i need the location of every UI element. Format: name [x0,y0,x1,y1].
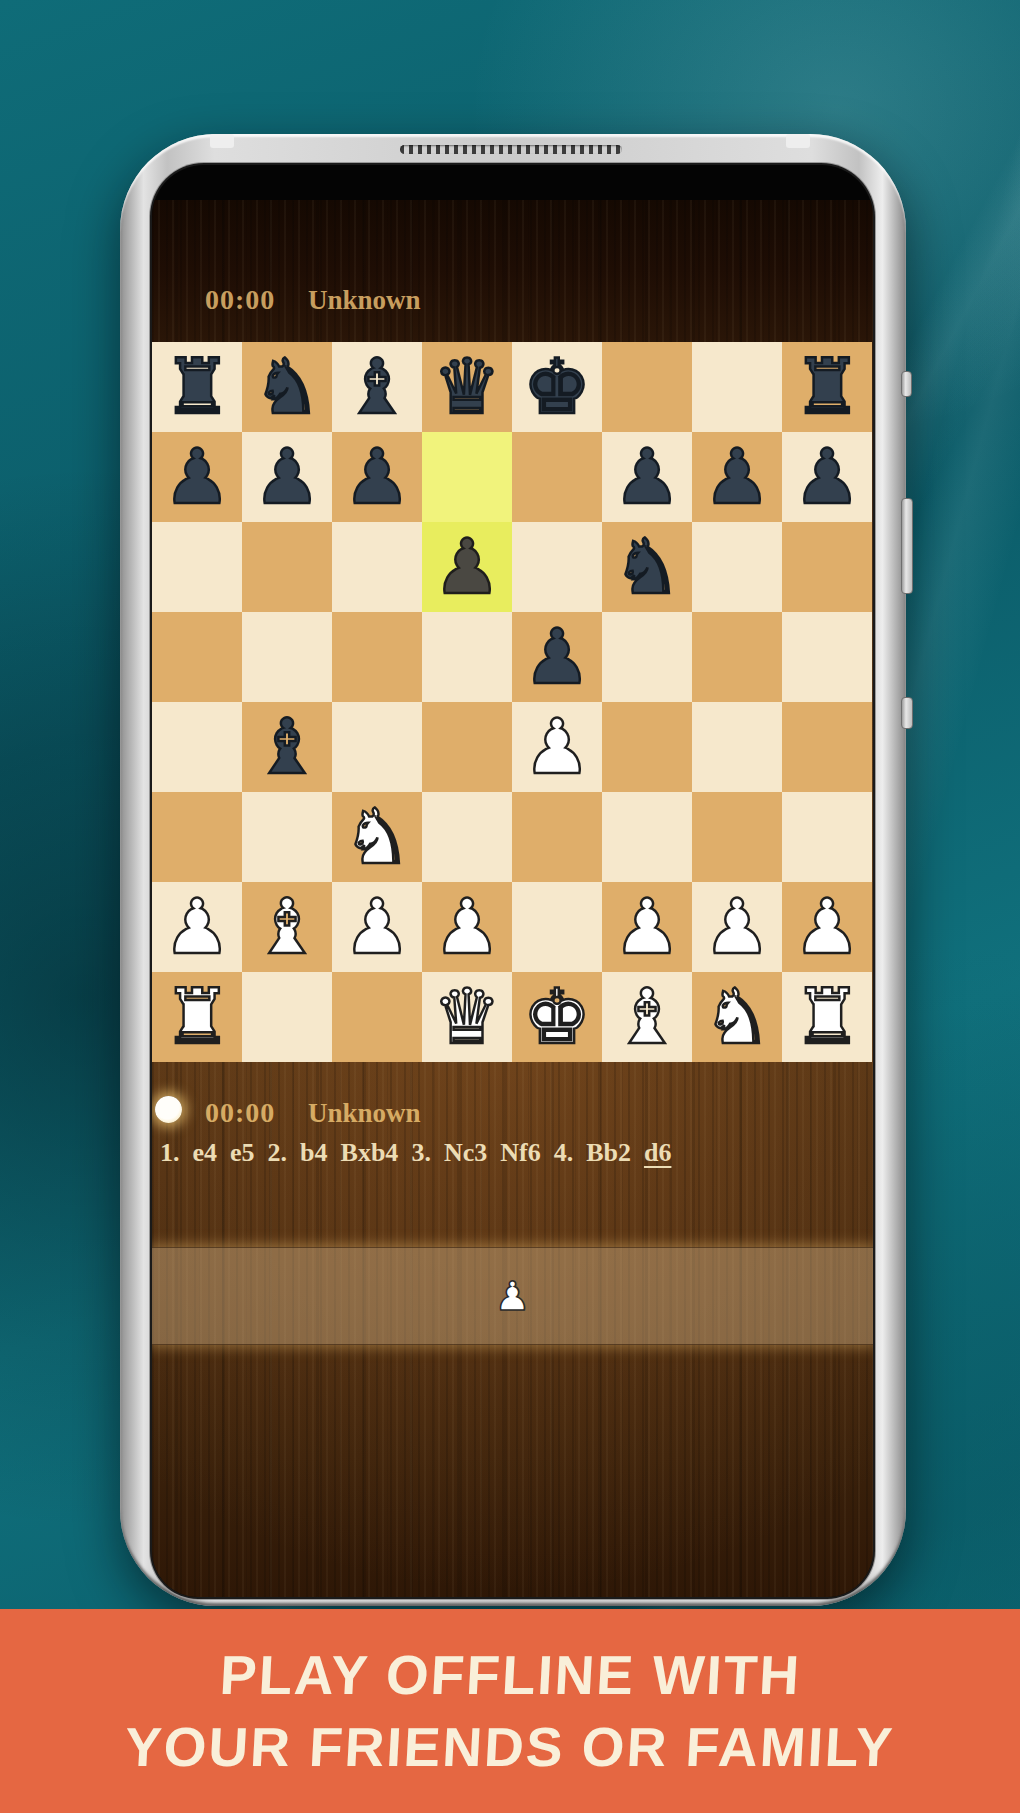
square-b5[interactable] [242,612,332,702]
move-token-d6: d6 [644,1138,671,1168]
square-g8[interactable] [692,342,782,432]
white-bishop-b2[interactable]: ♝ [242,882,332,972]
opponent-name: Unknown [308,285,421,316]
square-f2[interactable]: ♟ [602,882,692,972]
white-pawn-e4[interactable]: ♟ [512,702,602,792]
square-g4[interactable] [692,702,782,792]
move-token-2: 2. [268,1138,288,1168]
sim-tray-button [901,371,912,397]
square-e5[interactable]: ♟ [512,612,602,702]
square-b4[interactable]: ♝ [242,702,332,792]
square-f1[interactable]: ♝ [602,972,692,1062]
square-d2[interactable]: ♟ [422,882,512,972]
white-knight-c3[interactable]: ♞ [332,792,422,882]
phone-screen: 00:00 Unknown ♜♞♝♛♚♜♟♟♟♟♟♟♟♞♟♝♟♞♟♝♟♟♟♟♟♜… [152,165,873,1597]
square-a3[interactable] [152,792,242,882]
black-knight-b8[interactable]: ♞ [242,342,332,432]
square-e3[interactable] [512,792,602,882]
square-f7[interactable]: ♟ [602,432,692,522]
move-token-3: 3. [411,1138,431,1168]
square-h4[interactable] [782,702,872,792]
square-c6[interactable] [332,522,422,612]
white-pawn-g2[interactable]: ♟ [692,882,782,972]
square-h3[interactable] [782,792,872,882]
black-pawn-c7[interactable]: ♟ [332,432,422,522]
square-a1[interactable]: ♜ [152,972,242,1062]
square-g2[interactable]: ♟ [692,882,782,972]
square-c1[interactable] [332,972,422,1062]
white-pawn-c2[interactable]: ♟ [332,882,422,972]
antenna-line-right [786,134,810,148]
move-token-Bb2: Bb2 [586,1138,631,1168]
square-g5[interactable] [692,612,782,702]
volume-button [901,498,913,594]
captured-pieces-tray: ♟ [152,1247,873,1345]
white-king-e1[interactable]: ♚ [512,972,602,1062]
move-token-1: 1. [160,1138,180,1168]
square-c7[interactable]: ♟ [332,432,422,522]
white-queen-d1[interactable]: ♛ [422,972,512,1062]
white-pawn-d2[interactable]: ♟ [422,882,512,972]
square-g6[interactable] [692,522,782,612]
black-rook-a8[interactable]: ♜ [152,342,242,432]
move-token-4: 4. [554,1138,574,1168]
move-token-Nc3: Nc3 [444,1138,487,1168]
square-c5[interactable] [332,612,422,702]
square-d4[interactable] [422,702,512,792]
chess-board[interactable]: ♜♞♝♛♚♜♟♟♟♟♟♟♟♞♟♝♟♞♟♝♟♟♟♟♟♜♛♚♝♞♜ [152,342,872,1062]
black-pawn-e5[interactable]: ♟ [512,612,602,702]
power-button [901,697,913,729]
square-e6[interactable] [512,522,602,612]
square-b3[interactable] [242,792,332,882]
square-d3[interactable] [422,792,512,882]
square-b1[interactable] [242,972,332,1062]
square-c8[interactable]: ♝ [332,342,422,432]
player-clock: 00:00 [205,1097,275,1129]
banner-line-1: PLAY OFFLINE WITH [218,1641,803,1709]
square-e8[interactable]: ♚ [512,342,602,432]
app-background: 00:00 Unknown ♜♞♝♛♚♜♟♟♟♟♟♟♟♞♟♝♟♞♟♝♟♟♟♟♟♜… [152,200,873,1597]
square-f6[interactable]: ♞ [602,522,692,612]
square-h8[interactable]: ♜ [782,342,872,432]
white-rook-h1[interactable]: ♜ [782,972,872,1062]
square-a6[interactable] [152,522,242,612]
square-g7[interactable]: ♟ [692,432,782,522]
promo-screenshot: 00:00 Unknown ♜♞♝♛♚♜♟♟♟♟♟♟♟♞♟♝♟♞♟♝♟♟♟♟♟♜… [0,0,1020,1813]
black-pawn-d6[interactable]: ♟ [422,522,512,612]
move-token-e4: e4 [193,1138,218,1168]
opponent-clock: 00:00 [205,284,275,316]
black-pawn-a7[interactable]: ♟ [152,432,242,522]
black-pawn-f7[interactable]: ♟ [602,432,692,522]
square-a2[interactable]: ♟ [152,882,242,972]
square-b2[interactable]: ♝ [242,882,332,972]
square-a5[interactable] [152,612,242,702]
move-token-Nf6: Nf6 [500,1138,540,1168]
square-e7[interactable] [512,432,602,522]
black-pawn-g7[interactable]: ♟ [692,432,782,522]
black-bishop-b4[interactable]: ♝ [242,702,332,792]
black-pawn-b7[interactable]: ♟ [242,432,332,522]
square-b8[interactable]: ♞ [242,342,332,432]
phone-mockup: 00:00 Unknown ♜♞♝♛♚♜♟♟♟♟♟♟♟♞♟♝♟♞♟♝♟♟♟♟♟♜… [120,134,906,1606]
move-token-e5: e5 [230,1138,255,1168]
square-h7[interactable]: ♟ [782,432,872,522]
square-f5[interactable] [602,612,692,702]
square-b6[interactable] [242,522,332,612]
black-king-e8[interactable]: ♚ [512,342,602,432]
square-a7[interactable]: ♟ [152,432,242,522]
black-knight-f6[interactable]: ♞ [602,522,692,612]
antenna-line-left [210,134,234,148]
square-c2[interactable]: ♟ [332,882,422,972]
square-c3[interactable]: ♞ [332,792,422,882]
square-f3[interactable] [602,792,692,882]
white-knight-g1[interactable]: ♞ [692,972,782,1062]
square-e1[interactable]: ♚ [512,972,602,1062]
square-f4[interactable] [602,702,692,792]
move-token-Bxb4: Bxb4 [341,1138,399,1168]
player-info-row: 00:00 Unknown [152,1097,873,1141]
square-h5[interactable] [782,612,872,702]
square-e4[interactable]: ♟ [512,702,602,792]
player-name: Unknown [308,1098,421,1129]
square-h6[interactable] [782,522,872,612]
square-g1[interactable]: ♞ [692,972,782,1062]
square-h1[interactable]: ♜ [782,972,872,1062]
captured-white-pawn-icon: ♟ [495,1276,531,1316]
move-token-b4: b4 [300,1138,327,1168]
square-d1[interactable]: ♛ [422,972,512,1062]
black-pawn-h7[interactable]: ♟ [782,432,872,522]
square-b7[interactable]: ♟ [242,432,332,522]
white-rook-a1[interactable]: ♜ [152,972,242,1062]
opponent-info-row: 00:00 Unknown [152,284,873,328]
black-rook-h8[interactable]: ♜ [782,342,872,432]
square-e2[interactable] [512,882,602,972]
earpiece-speaker-grille-icon [400,145,622,154]
square-d7[interactable] [422,432,512,522]
white-pawn-h2[interactable]: ♟ [782,882,872,972]
promo-banner: PLAY OFFLINE WITH YOUR FRIENDS OR FAMILY [0,1609,1020,1813]
move-list: 1.e4e52.b4Bxb43.Nc3Nf64.Bb2d6 [160,1138,865,1168]
white-to-move-indicator [155,1096,182,1123]
black-queen-d8[interactable]: ♛ [422,342,512,432]
square-h2[interactable]: ♟ [782,882,872,972]
square-f8[interactable] [602,342,692,432]
square-a8[interactable]: ♜ [152,342,242,432]
banner-line-2: YOUR FRIENDS OR FAMILY [124,1713,897,1781]
black-bishop-c8[interactable]: ♝ [332,342,422,432]
white-pawn-a2[interactable]: ♟ [152,882,242,972]
white-bishop-f1[interactable]: ♝ [602,972,692,1062]
square-c4[interactable] [332,702,422,792]
square-d5[interactable] [422,612,512,702]
square-a4[interactable] [152,702,242,792]
white-pawn-f2[interactable]: ♟ [602,882,692,972]
square-g3[interactable] [692,792,782,882]
square-d6[interactable]: ♟ [422,522,512,612]
square-d8[interactable]: ♛ [422,342,512,432]
